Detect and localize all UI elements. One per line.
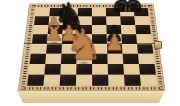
square-h4[interactable] (136, 43, 152, 53)
square-h2[interactable] (138, 63, 155, 74)
square-g3[interactable] (122, 53, 138, 63)
white-knight-d3[interactable]: ♞ (64, 25, 102, 63)
square-d3[interactable]: ♞ (75, 53, 91, 63)
square-h5[interactable] (135, 34, 151, 43)
square-e1[interactable] (91, 74, 107, 85)
square-f3[interactable] (106, 53, 122, 63)
square-h3[interactable] (137, 53, 154, 63)
folding-chessboard: ♚♞♝♟♟♟♞ (17, 3, 165, 91)
square-g2[interactable] (122, 63, 139, 74)
square-g1[interactable] (123, 74, 140, 85)
square-d2[interactable] (75, 63, 91, 74)
square-b5[interactable]: ♝ (46, 34, 62, 43)
white-bishop-b5[interactable]: ♝ (40, 15, 68, 43)
square-b3[interactable] (44, 53, 60, 63)
white-pawn-f4[interactable]: ♟ (104, 33, 124, 53)
square-b2[interactable] (43, 63, 60, 74)
square-d1[interactable] (75, 74, 91, 85)
square-f1[interactable] (107, 74, 124, 85)
square-f4[interactable]: ♟ (106, 43, 122, 53)
square-c1[interactable] (59, 74, 76, 85)
square-a1[interactable] (26, 74, 43, 85)
square-b4[interactable] (45, 43, 61, 53)
square-a3[interactable] (29, 53, 45, 63)
square-a4[interactable] (30, 43, 46, 53)
square-f2[interactable] (107, 63, 123, 74)
square-h6[interactable] (134, 24, 150, 33)
square-c2[interactable] (59, 63, 75, 74)
square-h1[interactable] (139, 74, 156, 85)
board-front-edge (17, 90, 165, 103)
board-clasp (154, 41, 162, 49)
square-a2[interactable] (27, 63, 44, 74)
square-b1[interactable] (42, 74, 59, 85)
square-e8[interactable] (91, 7, 105, 15)
square-e2[interactable] (91, 63, 107, 74)
